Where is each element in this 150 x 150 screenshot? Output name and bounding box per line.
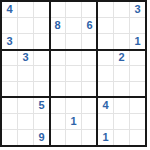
- cell-r9c2[interactable]: [18, 130, 33, 145]
- cell-r7c6[interactable]: [82, 98, 97, 113]
- cell-r1c3[interactable]: [34, 2, 49, 17]
- cell-r5c9[interactable]: [130, 66, 145, 81]
- cell-r6c8[interactable]: [114, 82, 129, 97]
- cell-r1c4[interactable]: [50, 2, 65, 17]
- cell-r8c1[interactable]: [2, 114, 17, 129]
- cell-r3c9[interactable]: 1: [130, 34, 145, 49]
- block-border-horizontal-1: [2, 49, 145, 51]
- cell-r4c8[interactable]: 2: [114, 50, 129, 65]
- cell-r4c6[interactable]: [82, 50, 97, 65]
- cell-r8c5[interactable]: 1: [66, 114, 81, 129]
- cell-r1c1[interactable]: 4: [2, 2, 17, 17]
- cell-r5c7[interactable]: [98, 66, 113, 81]
- cell-r4c3[interactable]: [34, 50, 49, 65]
- cell-r6c7[interactable]: [98, 82, 113, 97]
- cell-r6c4[interactable]: [50, 82, 65, 97]
- cell-r7c5[interactable]: [66, 98, 81, 113]
- cell-r5c2[interactable]: [18, 66, 33, 81]
- cell-r6c1[interactable]: [2, 82, 17, 97]
- cell-r3c1[interactable]: 3: [2, 34, 17, 49]
- cell-r9c4[interactable]: [50, 130, 65, 145]
- cell-r7c8[interactable]: [114, 98, 129, 113]
- cell-r2c6[interactable]: 6: [82, 18, 97, 33]
- cell-r1c8[interactable]: [114, 2, 129, 17]
- cell-r9c9[interactable]: [130, 130, 145, 145]
- cell-r1c7[interactable]: [98, 2, 113, 17]
- cell-r4c7[interactable]: [98, 50, 113, 65]
- cell-r2c3[interactable]: [34, 18, 49, 33]
- cell-r4c9[interactable]: [130, 50, 145, 65]
- cell-r9c6[interactable]: [82, 130, 97, 145]
- cell-r7c1[interactable]: [2, 98, 17, 113]
- cell-r8c2[interactable]: [18, 114, 33, 129]
- cell-r6c3[interactable]: [34, 82, 49, 97]
- sudoku-page: 4386313254191: [0, 0, 150, 150]
- cell-r9c7[interactable]: 1: [98, 130, 113, 145]
- cell-r3c4[interactable]: [50, 34, 65, 49]
- cell-r2c2[interactable]: [18, 18, 33, 33]
- cell-r9c1[interactable]: [2, 130, 17, 145]
- block-border-vertical-1: [49, 2, 51, 145]
- cell-r6c6[interactable]: [82, 82, 97, 97]
- cell-r5c4[interactable]: [50, 66, 65, 81]
- cell-r6c9[interactable]: [130, 82, 145, 97]
- cell-r3c6[interactable]: [82, 34, 97, 49]
- cell-r1c6[interactable]: [82, 2, 97, 17]
- cell-r9c5[interactable]: [66, 130, 81, 145]
- cell-r5c6[interactable]: [82, 66, 97, 81]
- cell-r7c7[interactable]: 4: [98, 98, 113, 113]
- cell-r4c2[interactable]: 3: [18, 50, 33, 65]
- cell-r8c3[interactable]: [34, 114, 49, 129]
- cell-r3c3[interactable]: [34, 34, 49, 49]
- cell-r3c5[interactable]: [66, 34, 81, 49]
- cell-r5c8[interactable]: [114, 66, 129, 81]
- sudoku-board: 4386313254191: [0, 0, 147, 147]
- cell-r3c8[interactable]: [114, 34, 129, 49]
- cell-r2c9[interactable]: [130, 18, 145, 33]
- cell-r8c4[interactable]: [50, 114, 65, 129]
- cell-r7c9[interactable]: [130, 98, 145, 113]
- cell-r9c3[interactable]: 9: [34, 130, 49, 145]
- cell-r6c2[interactable]: [18, 82, 33, 97]
- cell-r7c4[interactable]: [50, 98, 65, 113]
- cell-r4c4[interactable]: [50, 50, 65, 65]
- cell-r3c7[interactable]: [98, 34, 113, 49]
- cell-r8c6[interactable]: [82, 114, 97, 129]
- cell-r2c8[interactable]: [114, 18, 129, 33]
- cell-r1c9[interactable]: 3: [130, 2, 145, 17]
- block-border-horizontal-2: [2, 96, 145, 98]
- cell-r7c3[interactable]: 5: [34, 98, 49, 113]
- cell-r8c8[interactable]: [114, 114, 129, 129]
- cell-r8c7[interactable]: [98, 114, 113, 129]
- cell-r4c1[interactable]: [2, 50, 17, 65]
- cell-r2c1[interactable]: [2, 18, 17, 33]
- cell-r2c4[interactable]: 8: [50, 18, 65, 33]
- cell-r5c5[interactable]: [66, 66, 81, 81]
- cell-r4c5[interactable]: [66, 50, 81, 65]
- cell-r5c3[interactable]: [34, 66, 49, 81]
- cell-r2c7[interactable]: [98, 18, 113, 33]
- cell-r5c1[interactable]: [2, 66, 17, 81]
- cell-r7c2[interactable]: [18, 98, 33, 113]
- cell-r2c5[interactable]: [66, 18, 81, 33]
- cell-r1c5[interactable]: [66, 2, 81, 17]
- cell-r1c2[interactable]: [18, 2, 33, 17]
- cell-r6c5[interactable]: [66, 82, 81, 97]
- cell-r8c9[interactable]: [130, 114, 145, 129]
- block-border-vertical-2: [96, 2, 98, 145]
- cell-r3c2[interactable]: [18, 34, 33, 49]
- cell-r9c8[interactable]: [114, 130, 129, 145]
